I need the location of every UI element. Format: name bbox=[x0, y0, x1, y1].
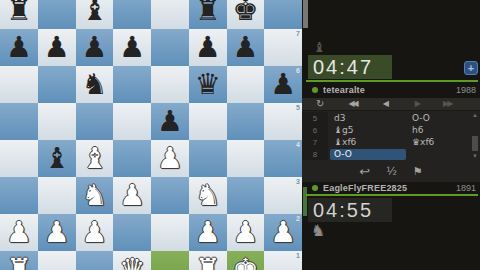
piece-white-pawn[interactable]: ♟ bbox=[119, 181, 145, 210]
square-e7[interactable] bbox=[151, 29, 189, 66]
move-black[interactable]: ♛xf6 bbox=[410, 137, 470, 147]
square-e8[interactable] bbox=[151, 0, 189, 29]
chess-board[interactable]: ♜♝♜♚8♟♟♟♟♟♟7♞♛6♟♟5♝♝♟4♞♟♞3♟♟♟♟♟2♟♜♛♜♚1 bbox=[0, 0, 302, 270]
square-e5[interactable]: ♟ bbox=[151, 103, 189, 140]
move-black[interactable]: h6 bbox=[410, 125, 470, 135]
chess-board-container: ♜♝♜♚8♟♟♟♟♟♟7♞♛6♟♟5♝♝♟4♞♟♞3♟♟♟♟♟2♟♜♛♜♚1 bbox=[0, 0, 302, 270]
square-c7[interactable]: ♟ bbox=[76, 29, 114, 66]
square-h3[interactable]: 3 bbox=[264, 177, 302, 214]
square-e3[interactable] bbox=[151, 177, 189, 214]
piece-white-pawn[interactable]: ♟ bbox=[6, 218, 32, 247]
clock-progress-bar-top bbox=[306, 80, 478, 82]
piece-white-pawn[interactable]: ♟ bbox=[81, 218, 107, 247]
square-g6[interactable] bbox=[227, 66, 265, 103]
give-more-time-button[interactable]: + bbox=[464, 61, 478, 75]
captured-knight-icon: ♞ bbox=[311, 223, 325, 239]
piece-black-queen[interactable]: ♛ bbox=[195, 70, 221, 99]
piece-white-queen[interactable]: ♛ bbox=[119, 255, 145, 270]
square-f8[interactable]: ♜ bbox=[189, 0, 227, 29]
square-g3[interactable] bbox=[227, 177, 265, 214]
white-player-rating: 1891 bbox=[456, 183, 476, 193]
black-player-clock: 04:47 bbox=[308, 55, 392, 79]
square-d6[interactable] bbox=[113, 66, 151, 103]
piece-black-pawn[interactable]: ♟ bbox=[119, 33, 145, 62]
last-move-icon[interactable]: ▶▶ bbox=[443, 100, 451, 108]
square-f7[interactable]: ♟ bbox=[189, 29, 227, 66]
square-c6[interactable]: ♞ bbox=[76, 66, 114, 103]
square-b1[interactable] bbox=[38, 251, 76, 270]
piece-white-king[interactable]: ♚ bbox=[232, 255, 258, 270]
square-a2[interactable]: ♟ bbox=[0, 214, 38, 251]
square-d4[interactable] bbox=[113, 140, 151, 177]
move-number: 6 bbox=[302, 126, 328, 135]
square-b2[interactable]: ♟ bbox=[38, 214, 76, 251]
piece-black-king[interactable]: ♚ bbox=[232, 0, 258, 25]
piece-black-rook[interactable]: ♜ bbox=[6, 0, 32, 25]
square-b3[interactable] bbox=[38, 177, 76, 214]
square-e2[interactable] bbox=[151, 214, 189, 251]
piece-white-pawn[interactable]: ♟ bbox=[157, 144, 183, 173]
square-f6[interactable]: ♛ bbox=[189, 66, 227, 103]
online-dot-icon bbox=[312, 185, 318, 191]
move-black[interactable]: O-O bbox=[410, 113, 470, 123]
square-c2[interactable]: ♟ bbox=[76, 214, 114, 251]
piece-white-bishop[interactable]: ♝ bbox=[81, 144, 107, 173]
square-a4[interactable] bbox=[0, 140, 38, 177]
square-f2[interactable]: ♟ bbox=[189, 214, 227, 251]
move-white[interactable]: d3 bbox=[328, 113, 410, 123]
square-d3[interactable]: ♟ bbox=[113, 177, 151, 214]
black-player-rating: 1988 bbox=[456, 85, 476, 95]
piece-white-rook[interactable]: ♜ bbox=[6, 255, 32, 270]
square-b4[interactable]: ♝ bbox=[38, 140, 76, 177]
square-f1[interactable]: ♜ bbox=[189, 251, 227, 270]
piece-black-knight[interactable]: ♞ bbox=[81, 70, 107, 99]
square-h2[interactable]: 2♟ bbox=[264, 214, 302, 251]
square-a7[interactable]: ♟ bbox=[0, 29, 38, 66]
square-b7[interactable]: ♟ bbox=[38, 29, 76, 66]
square-g8[interactable]: ♚ bbox=[227, 0, 265, 29]
rank-coordinate: 5 bbox=[296, 104, 300, 111]
piece-black-pawn[interactable]: ♟ bbox=[6, 33, 32, 62]
square-c3[interactable]: ♞ bbox=[76, 177, 114, 214]
square-g4[interactable] bbox=[227, 140, 265, 177]
square-e1[interactable] bbox=[151, 251, 189, 270]
offer-draw-icon[interactable]: ½ bbox=[386, 166, 397, 177]
square-d2[interactable] bbox=[113, 214, 151, 251]
white-player-name[interactable]: EagleFlyFREE2825 bbox=[323, 183, 456, 193]
rank-coordinate: 3 bbox=[296, 178, 300, 185]
square-d1[interactable]: ♛ bbox=[113, 251, 151, 270]
move-white[interactable]: ♝g5 bbox=[328, 125, 410, 135]
move-list-panel: ↻ ◀◀ ◀ ▶ ▶▶ 5d3O-O6♝g5h67♝xf6♛xf68O-O ▲ … bbox=[302, 98, 480, 182]
rank-coordinate: 6 bbox=[296, 67, 300, 74]
square-b8[interactable] bbox=[38, 0, 76, 29]
piece-black-pawn[interactable]: ♟ bbox=[44, 33, 70, 62]
piece-black-pawn[interactable]: ♟ bbox=[270, 70, 296, 99]
black-player-name[interactable]: tetearalte bbox=[323, 85, 456, 95]
square-f4[interactable] bbox=[189, 140, 227, 177]
rank-coordinate: 4 bbox=[296, 141, 300, 148]
scroll-up-icon[interactable]: ▲ bbox=[472, 112, 478, 118]
rank-coordinate: 1 bbox=[296, 252, 300, 259]
next-move-icon[interactable]: ▶ bbox=[415, 100, 421, 108]
move-row: 8O-O bbox=[302, 148, 470, 160]
takeback-icon[interactable]: ↩ bbox=[359, 165, 370, 178]
clock-progress-bar-bottom bbox=[306, 194, 478, 196]
square-b5[interactable] bbox=[38, 103, 76, 140]
square-h7[interactable]: 7 bbox=[264, 29, 302, 66]
move-number: 7 bbox=[302, 138, 328, 147]
square-c5[interactable] bbox=[76, 103, 114, 140]
move-list-scrollbar-thumb[interactable] bbox=[472, 136, 478, 151]
square-h5[interactable]: 5 bbox=[264, 103, 302, 140]
square-h1[interactable]: 1 bbox=[264, 251, 302, 270]
online-dot-icon bbox=[312, 87, 318, 93]
move-white[interactable]: ♝xf6 bbox=[328, 137, 410, 147]
window-scrollbar-sliver bbox=[303, 0, 308, 28]
piece-black-pawn[interactable]: ♟ bbox=[81, 33, 107, 62]
square-b6[interactable] bbox=[38, 66, 76, 103]
square-g2[interactable]: ♟ bbox=[227, 214, 265, 251]
square-d7[interactable]: ♟ bbox=[113, 29, 151, 66]
piece-white-knight[interactable]: ♞ bbox=[195, 181, 221, 210]
square-h8[interactable]: 8 bbox=[264, 0, 302, 29]
piece-black-rook[interactable]: ♜ bbox=[195, 0, 221, 25]
piece-white-rook[interactable]: ♜ bbox=[195, 255, 221, 270]
square-a1[interactable]: ♜ bbox=[0, 251, 38, 270]
move-white[interactable]: O-O bbox=[330, 149, 406, 160]
square-h6[interactable]: 6♟ bbox=[264, 66, 302, 103]
green-edge-marker bbox=[303, 187, 307, 216]
chess-game-screen: ♜♝♜♚8♟♟♟♟♟♟7♞♛6♟♟5♝♝♟4♞♟♞3♟♟♟♟♟2♟♜♛♜♚1 ♝… bbox=[0, 0, 480, 270]
piece-black-pawn[interactable]: ♟ bbox=[232, 33, 258, 62]
move-row: 5d3O-O bbox=[302, 112, 470, 124]
piece-white-pawn[interactable]: ♟ bbox=[270, 218, 296, 247]
white-player-clock: 04:55 bbox=[308, 198, 392, 222]
move-row: 7♝xf6♛xf6 bbox=[302, 136, 470, 148]
square-c4[interactable]: ♝ bbox=[76, 140, 114, 177]
previous-move-icon[interactable]: ◀ bbox=[383, 100, 389, 108]
move-number: 5 bbox=[302, 114, 328, 123]
piece-white-pawn[interactable]: ♟ bbox=[44, 218, 70, 247]
square-f3[interactable]: ♞ bbox=[189, 177, 227, 214]
square-a3[interactable] bbox=[0, 177, 38, 214]
piece-black-pawn[interactable]: ♟ bbox=[157, 107, 183, 136]
square-a6[interactable] bbox=[0, 66, 38, 103]
white-player-row: EagleFlyFREE2825 1891 bbox=[312, 182, 478, 194]
resign-flag-icon[interactable]: ⚑ bbox=[413, 166, 423, 177]
square-e4[interactable]: ♟ bbox=[151, 140, 189, 177]
square-d5[interactable] bbox=[113, 103, 151, 140]
square-d8[interactable] bbox=[113, 0, 151, 29]
square-a5[interactable] bbox=[0, 103, 38, 140]
move-row: 6♝g5h6 bbox=[302, 124, 470, 136]
square-g7[interactable]: ♟ bbox=[227, 29, 265, 66]
piece-black-bishop[interactable]: ♝ bbox=[81, 0, 107, 25]
rank-coordinate: 2 bbox=[296, 215, 300, 222]
game-action-buttons: ↩ ½ ⚑ bbox=[302, 160, 480, 182]
scroll-down-icon[interactable]: ▼ bbox=[472, 153, 478, 159]
piece-white-pawn[interactable]: ♟ bbox=[232, 218, 258, 247]
piece-black-bishop[interactable]: ♝ bbox=[44, 144, 70, 173]
piece-white-knight[interactable]: ♞ bbox=[81, 181, 107, 210]
square-g5[interactable] bbox=[227, 103, 265, 140]
captured-bishop-icon: ♝ bbox=[313, 40, 326, 54]
square-a8[interactable]: ♜ bbox=[0, 0, 38, 29]
move-nav-toolbar: ↻ ◀◀ ◀ ▶ ▶▶ bbox=[302, 98, 480, 111]
black-player-row: tetearalte 1988 bbox=[312, 84, 478, 96]
square-g1[interactable]: ♚ bbox=[227, 251, 265, 270]
piece-black-pawn[interactable]: ♟ bbox=[195, 33, 221, 62]
square-h4[interactable]: 4 bbox=[264, 140, 302, 177]
game-sidebar: ♝ 04:47 + tetearalte 1988 ↻ ◀◀ ◀ ▶ ▶▶ 5d… bbox=[302, 0, 480, 270]
square-c8[interactable]: ♝ bbox=[76, 0, 114, 29]
move-list: 5d3O-O6♝g5h67♝xf6♛xf68O-O bbox=[302, 112, 470, 160]
piece-white-pawn[interactable]: ♟ bbox=[195, 218, 221, 247]
first-move-icon[interactable]: ◀◀ bbox=[348, 100, 356, 108]
move-number: 8 bbox=[302, 150, 328, 159]
square-f5[interactable] bbox=[189, 103, 227, 140]
square-e6[interactable] bbox=[151, 66, 189, 103]
square-c1[interactable] bbox=[76, 251, 114, 270]
rank-coordinate: 7 bbox=[296, 30, 300, 37]
flip-board-icon[interactable]: ↻ bbox=[316, 99, 324, 109]
